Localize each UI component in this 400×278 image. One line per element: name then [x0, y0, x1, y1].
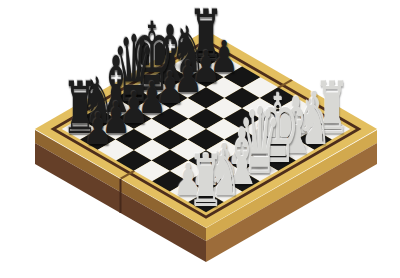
pieces-layer: ♜♞♝♛♚♝♞♜♟♟♟♟♟♟♟♟♟♟♟♟♟♟♟♟♜♞♝♛♚♝♞♜	[0, 0, 400, 278]
piece-white-rook-a1[interactable]: ♜	[188, 144, 224, 216]
chess-scene: ♜♞♝♛♚♝♞♜♟♟♟♟♟♟♟♟♟♟♟♟♟♟♟♟♜♞♝♛♚♝♞♜	[0, 0, 400, 278]
piece-black-pawn-a7[interactable]: ♟	[83, 107, 113, 151]
